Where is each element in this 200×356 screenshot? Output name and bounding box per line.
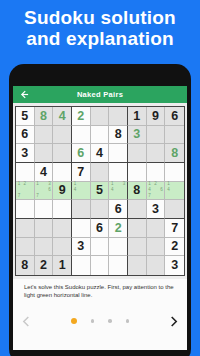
cell-value: 2 xyxy=(77,110,84,123)
sudoku-cell-r5c7[interactable]: 8 xyxy=(128,182,147,201)
cell-value: 7 xyxy=(77,166,84,179)
sudoku-cell-r1c9[interactable]: 6 xyxy=(165,107,184,126)
sudoku-cell-r8c9[interactable]: 2 xyxy=(165,238,184,257)
chevron-left-icon xyxy=(22,316,30,327)
sudoku-cell-r6c5[interactable] xyxy=(91,200,110,219)
sudoku-cell-r8c5[interactable] xyxy=(91,238,110,257)
cell-value: 6 xyxy=(21,128,28,141)
sudoku-cell-r9c8[interactable] xyxy=(147,256,166,275)
sudoku-cell-r1c1[interactable]: 5 xyxy=(16,107,35,126)
carousel-dot[interactable] xyxy=(126,319,130,323)
screenshot-canvas: Sudoku solution and explanation Naked Pa… xyxy=(0,0,200,356)
sudoku-cell-r2c7[interactable]: 3 xyxy=(128,126,147,145)
sudoku-cell-r3c6[interactable] xyxy=(109,144,128,163)
sudoku-cell-r7c3[interactable] xyxy=(53,219,72,238)
cell-value: 3 xyxy=(21,147,28,160)
sudoku-cell-r3c7[interactable] xyxy=(128,144,147,163)
cell-value: 8 xyxy=(133,184,140,197)
cell-value: 5 xyxy=(21,110,28,123)
cell-value: 5 xyxy=(96,184,103,197)
cell-value: 6 xyxy=(115,203,122,216)
cell-value: 6 xyxy=(96,222,103,235)
sudoku-cell-r8c6[interactable] xyxy=(109,238,128,257)
sudoku-cell-r2c6[interactable]: 8 xyxy=(109,126,128,145)
sudoku-cell-r7c8[interactable] xyxy=(147,219,166,238)
sudoku-cell-r7c1[interactable] xyxy=(16,219,35,238)
sudoku-cell-r5c8[interactable]: 12467 xyxy=(147,182,166,201)
sudoku-cell-r7c7[interactable] xyxy=(128,219,147,238)
sudoku-cell-r9c5[interactable] xyxy=(91,256,110,275)
candidate-grid: 127 xyxy=(16,182,34,200)
sudoku-cell-r1c8[interactable]: 9 xyxy=(147,107,166,126)
sudoku-cell-r3c3[interactable] xyxy=(53,144,72,163)
sudoku-cell-r1c2[interactable]: 8 xyxy=(35,107,54,126)
cell-value: 6 xyxy=(77,147,84,160)
cell-value: 4 xyxy=(96,147,103,160)
cell-value: 2 xyxy=(40,259,47,272)
sudoku-cell-r8c7[interactable] xyxy=(128,238,147,257)
page-title-line2: and explanation xyxy=(0,28,200,49)
sudoku-cell-r8c3[interactable] xyxy=(53,238,72,257)
sudoku-cell-r4c3[interactable] xyxy=(53,163,72,182)
carousel-dots xyxy=(39,318,161,324)
sudoku-cell-r8c4[interactable]: 3 xyxy=(72,238,91,257)
sudoku-cell-r7c2[interactable] xyxy=(35,219,54,238)
sudoku-cell-r1c7[interactable]: 1 xyxy=(128,107,147,126)
page-title-line1: Sudoku solution xyxy=(0,7,200,28)
page-title: Sudoku solution and explanation xyxy=(0,7,200,49)
sudoku-cell-r7c4[interactable] xyxy=(72,219,91,238)
sudoku-cell-r9c4[interactable] xyxy=(72,256,91,275)
cell-value: 3 xyxy=(152,203,159,216)
sudoku-cell-r3c5[interactable]: 4 xyxy=(91,144,110,163)
sudoku-cell-r7c9[interactable]: 7 xyxy=(165,219,184,238)
cell-value: 1 xyxy=(59,259,66,272)
carousel-dot[interactable] xyxy=(91,319,95,323)
sudoku-cell-r3c2[interactable] xyxy=(35,144,54,163)
sudoku-cell-r2c8[interactable] xyxy=(147,126,166,145)
sudoku-cell-r6c3[interactable] xyxy=(53,200,72,219)
sudoku-cell-r6c6[interactable]: 6 xyxy=(109,200,128,219)
sudoku-cell-r8c2[interactable] xyxy=(35,238,54,257)
sudoku-cell-r4c4[interactable]: 7 xyxy=(72,163,91,182)
sudoku-cell-r6c9[interactable] xyxy=(165,200,184,219)
sudoku-cell-r2c1[interactable]: 6 xyxy=(16,126,35,145)
cell-value: 8 xyxy=(115,128,122,141)
candidate-grid: 14 xyxy=(165,182,184,200)
sudoku-cell-r2c3[interactable] xyxy=(53,126,72,145)
sudoku-cell-r5c2[interactable]: 1367 xyxy=(35,182,54,201)
carousel-dot[interactable] xyxy=(108,319,112,323)
cell-value: 3 xyxy=(171,259,178,272)
cell-value: 2 xyxy=(171,240,178,253)
sudoku-grid: 5842196683364847127136791451348124671463… xyxy=(15,106,185,276)
carousel-dot-active[interactable] xyxy=(71,318,77,324)
sudoku-cell-r2c4[interactable] xyxy=(72,126,91,145)
sudoku-cell-r4c5[interactable] xyxy=(91,163,110,182)
sudoku-cell-r2c5[interactable] xyxy=(91,126,110,145)
step-carousel xyxy=(13,312,187,330)
explanation-text: Let's solve this Sudoku puzzle. First, p… xyxy=(13,279,187,299)
sudoku-cell-r9c3[interactable]: 1 xyxy=(53,256,72,275)
sudoku-cell-r5c4[interactable]: 14 xyxy=(72,182,91,201)
cell-value: 2 xyxy=(115,222,122,235)
sudoku-cell-r4c9[interactable] xyxy=(165,163,184,182)
candidate-grid: 12467 xyxy=(147,182,165,200)
prev-step-button[interactable] xyxy=(13,316,39,327)
sudoku-cell-r5c6[interactable]: 134 xyxy=(109,182,128,201)
sudoku-cell-r3c1[interactable]: 3 xyxy=(16,144,35,163)
sudoku-cell-r6c1[interactable] xyxy=(16,200,35,219)
sudoku-cell-r3c4[interactable]: 6 xyxy=(72,144,91,163)
chevron-right-icon xyxy=(170,316,178,327)
sudoku-cell-r4c8[interactable] xyxy=(147,163,166,182)
app-screen: Naked Pairs 5842196683364847127136791451… xyxy=(13,86,187,350)
next-step-button[interactable] xyxy=(161,316,187,327)
candidate-grid: 134 xyxy=(109,182,127,200)
sudoku-cell-r7c6[interactable]: 2 xyxy=(109,219,128,238)
cell-value: 9 xyxy=(59,184,66,197)
phone-frame: Naked Pairs 5842196683364847127136791451… xyxy=(9,64,191,356)
sudoku-cell-r9c1[interactable]: 8 xyxy=(16,256,35,275)
sudoku-cell-r7c5[interactable]: 6 xyxy=(91,219,110,238)
back-arrow-icon[interactable] xyxy=(20,90,29,99)
candidate-grid: 1367 xyxy=(35,182,53,200)
sudoku-cell-r4c6[interactable] xyxy=(109,163,128,182)
sudoku-cell-r3c9[interactable]: 8 xyxy=(165,144,184,163)
sudoku-cell-r3c8[interactable] xyxy=(147,144,166,163)
sudoku-cell-r9c9[interactable]: 3 xyxy=(165,256,184,275)
sudoku-cell-r4c7[interactable] xyxy=(128,163,147,182)
sudoku-cell-r1c5[interactable] xyxy=(91,107,110,126)
sudoku-cell-r1c4[interactable]: 2 xyxy=(72,107,91,126)
cell-value: 3 xyxy=(77,240,84,253)
app-bar: Naked Pairs xyxy=(13,86,187,103)
app-bar-title: Naked Pairs xyxy=(77,90,123,99)
cell-value: 3 xyxy=(133,128,140,141)
sudoku-cell-r4c1[interactable] xyxy=(16,163,35,182)
cell-value: 8 xyxy=(171,147,178,160)
sudoku-cell-r8c1[interactable] xyxy=(16,238,35,257)
sudoku-cell-r9c2[interactable]: 2 xyxy=(35,256,54,275)
cell-value: 1 xyxy=(133,110,140,123)
cell-value: 6 xyxy=(171,110,178,123)
sudoku-cell-r6c4[interactable] xyxy=(72,200,91,219)
cell-value: 4 xyxy=(40,166,47,179)
sudoku-cell-r5c9[interactable]: 14 xyxy=(165,182,184,201)
sudoku-cell-r6c2[interactable] xyxy=(35,200,54,219)
sudoku-cell-r2c2[interactable] xyxy=(35,126,54,145)
cell-value: 7 xyxy=(171,222,178,235)
sudoku-cell-r8c8[interactable] xyxy=(147,238,166,257)
sudoku-cell-r2c9[interactable] xyxy=(165,126,184,145)
cell-value: 9 xyxy=(152,110,159,123)
sudoku-cell-r6c7[interactable] xyxy=(128,200,147,219)
sudoku-cell-r4c2[interactable]: 4 xyxy=(35,163,54,182)
sudoku-cell-r5c1[interactable]: 127 xyxy=(16,182,35,201)
sudoku-cell-r1c6[interactable] xyxy=(109,107,128,126)
sudoku-cell-r1c3[interactable]: 4 xyxy=(53,107,72,126)
sudoku-cell-r9c6[interactable] xyxy=(109,256,128,275)
sudoku-cell-r5c5[interactable]: 5 xyxy=(91,182,110,201)
candidate-grid: 14 xyxy=(72,182,90,200)
cell-value: 4 xyxy=(59,110,66,123)
sudoku-cell-r6c8[interactable]: 3 xyxy=(147,200,166,219)
explanation-panel: Let's solve this Sudoku puzzle. First, p… xyxy=(13,279,187,350)
sudoku-cell-r5c3[interactable]: 9 xyxy=(53,182,72,201)
sudoku-cell-r9c7[interactable] xyxy=(128,256,147,275)
cell-value: 8 xyxy=(40,110,47,123)
cell-value: 8 xyxy=(21,259,28,272)
